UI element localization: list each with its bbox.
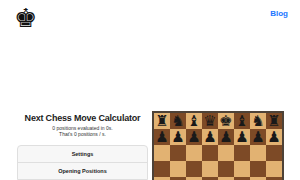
square-e7[interactable]: ♟: [218, 129, 234, 145]
page: ♚ Blog Next Chess Move Calculator 0 posi…: [0, 0, 300, 180]
square-f5[interactable]: [234, 161, 250, 177]
square-d7[interactable]: ♟: [202, 129, 218, 145]
accordion-settings-header[interactable]: Settings: [18, 146, 147, 162]
square-h6[interactable]: [266, 145, 282, 161]
square-g4[interactable]: [250, 177, 266, 180]
engine-stats: 0 positions evaluated in 0s. That's 0 po…: [17, 125, 148, 137]
piece-black-knight[interactable]: ♞: [171, 113, 184, 129]
piece-black-queen[interactable]: ♛: [203, 113, 216, 129]
chess-board: ♜♞♝♛♚♝♞♜♟♟♟♟♟♟♟♟♙♙♙♙♙♙♙♙♖♘♗♕♔♗♘♖: [152, 111, 284, 180]
square-f7[interactable]: ♟: [234, 129, 250, 145]
stats-line-positions-per-second: That's 0 positions / s.: [17, 131, 148, 137]
square-h4[interactable]: [266, 177, 282, 180]
piece-black-pawn[interactable]: ♟: [267, 129, 280, 145]
square-b4[interactable]: [170, 177, 186, 180]
piece-black-pawn[interactable]: ♟: [155, 129, 168, 145]
square-e6[interactable]: [218, 145, 234, 161]
square-b8[interactable]: ♞: [170, 113, 186, 129]
square-d6[interactable]: [202, 145, 218, 161]
square-g5[interactable]: [250, 161, 266, 177]
square-f6[interactable]: [234, 145, 250, 161]
square-a5[interactable]: [154, 161, 170, 177]
square-c7[interactable]: ♟: [186, 129, 202, 145]
square-b7[interactable]: ♟: [170, 129, 186, 145]
square-c8[interactable]: ♝: [186, 113, 202, 129]
square-h8[interactable]: ♜: [266, 113, 282, 129]
square-f4[interactable]: [234, 177, 250, 180]
square-c4[interactable]: [186, 177, 202, 180]
square-g7[interactable]: ♟: [250, 129, 266, 145]
piece-black-bishop[interactable]: ♝: [235, 113, 248, 129]
square-c6[interactable]: [186, 145, 202, 161]
piece-black-knight[interactable]: ♞: [251, 113, 264, 129]
piece-black-bishop[interactable]: ♝: [187, 113, 200, 129]
blog-link[interactable]: Blog: [270, 9, 288, 18]
square-e4[interactable]: [218, 177, 234, 180]
square-d5[interactable]: [202, 161, 218, 177]
accordion: Settings Opening Positions: [17, 145, 148, 180]
piece-black-pawn[interactable]: ♟: [187, 129, 200, 145]
square-h7[interactable]: ♟: [266, 129, 282, 145]
piece-black-rook[interactable]: ♜: [267, 113, 280, 129]
square-a4[interactable]: [154, 177, 170, 180]
square-e8[interactable]: ♚: [218, 113, 234, 129]
square-g6[interactable]: [250, 145, 266, 161]
square-c5[interactable]: [186, 161, 202, 177]
piece-black-pawn[interactable]: ♟: [203, 129, 216, 145]
piece-black-rook[interactable]: ♜: [155, 113, 168, 129]
accordion-opening-positions-header[interactable]: Opening Positions: [18, 162, 147, 179]
square-a7[interactable]: ♟: [154, 129, 170, 145]
square-g8[interactable]: ♞: [250, 113, 266, 129]
square-a8[interactable]: ♜: [154, 113, 170, 129]
square-d4[interactable]: [202, 177, 218, 180]
square-h5[interactable]: [266, 161, 282, 177]
piece-black-pawn[interactable]: ♟: [171, 129, 184, 145]
left-column: Next Chess Move Calculator 0 positions e…: [17, 113, 148, 137]
square-b6[interactable]: [170, 145, 186, 161]
page-title: Next Chess Move Calculator: [17, 113, 148, 123]
piece-black-pawn[interactable]: ♟: [251, 129, 264, 145]
black-king-logo-icon[interactable]: ♚: [14, 5, 37, 31]
square-e5[interactable]: [218, 161, 234, 177]
piece-black-pawn[interactable]: ♟: [235, 129, 248, 145]
square-a6[interactable]: [154, 145, 170, 161]
square-b5[interactable]: [170, 161, 186, 177]
piece-black-pawn[interactable]: ♟: [219, 129, 232, 145]
square-f8[interactable]: ♝: [234, 113, 250, 129]
piece-black-king[interactable]: ♚: [219, 113, 232, 129]
square-d8[interactable]: ♛: [202, 113, 218, 129]
